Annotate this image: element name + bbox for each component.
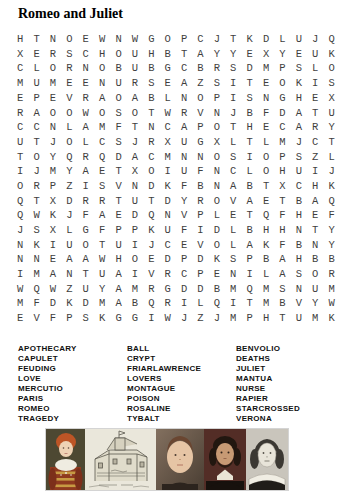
grid-cell: D: [45, 296, 61, 311]
grid-cell: J: [127, 135, 143, 150]
grid-cell: N: [28, 252, 44, 267]
word-list-item: CRYPT: [127, 354, 233, 364]
word-list-item: STARCROSSED: [236, 404, 342, 414]
grid-cell: M: [94, 296, 110, 311]
grid-cell: U: [127, 47, 143, 62]
grid-cell: Q: [323, 32, 339, 47]
grid-cell: K: [291, 76, 307, 91]
grid-cell: T: [143, 194, 159, 209]
grid-cell: R: [143, 282, 159, 297]
grid-cell: U: [323, 105, 339, 120]
grid-cell: H: [258, 223, 274, 238]
grid-cell: X: [45, 223, 61, 238]
grid-cell: U: [78, 282, 94, 297]
grid-cell: N: [127, 179, 143, 194]
grid-cell: S: [143, 76, 159, 91]
grid-cell: N: [209, 179, 225, 194]
word-list-column: BENVOLIODEATHSJULIETMANTUANURSERAPIERSTA…: [236, 344, 342, 424]
grid-cell: X: [45, 194, 61, 209]
grid-cell: Y: [209, 47, 225, 62]
grid-cell: R: [160, 296, 176, 311]
grid-cell: T: [225, 120, 241, 135]
grid-cell: Y: [323, 223, 339, 238]
grid-cell: L: [209, 208, 225, 223]
grid-cell: A: [110, 282, 126, 297]
grid-cell: B: [110, 61, 126, 76]
grid-cell: A: [274, 252, 290, 267]
grid-cell: U: [291, 311, 307, 326]
grid-cell: C: [291, 179, 307, 194]
grid-cell: E: [78, 76, 94, 91]
grid-cell: P: [110, 223, 126, 238]
grid-cell: H: [291, 91, 307, 106]
grid-cell: O: [209, 194, 225, 209]
grid-cell: D: [127, 208, 143, 223]
grid-cell: A: [291, 105, 307, 120]
grid-cell: M: [307, 311, 323, 326]
grid-cell: Q: [258, 208, 274, 223]
grid-cell: R: [176, 105, 192, 120]
grid-cell: F: [274, 208, 290, 223]
grid-cell: S: [291, 61, 307, 76]
grid-cell: E: [61, 76, 77, 91]
grid-cell: T: [143, 105, 159, 120]
grid-cell: H: [274, 164, 290, 179]
word-list-item: CAPULET: [18, 354, 124, 364]
grid-cell: T: [28, 194, 44, 209]
grid-cell: R: [28, 179, 44, 194]
grid-cell: V: [110, 179, 126, 194]
grid-cell: H: [94, 47, 110, 62]
grid-cell: G: [160, 61, 176, 76]
grid-cell: O: [94, 105, 110, 120]
grid-cell: C: [94, 135, 110, 150]
grid-cell: Q: [12, 208, 28, 223]
grid-cell: D: [241, 61, 257, 76]
grid-cell: E: [143, 252, 159, 267]
grid-cell: C: [143, 150, 159, 165]
grid-cell: J: [12, 223, 28, 238]
grid-cell: N: [143, 120, 159, 135]
grid-cell: V: [192, 105, 208, 120]
grid-cell: N: [110, 32, 126, 47]
grid-cell: E: [12, 91, 28, 106]
grid-cell: F: [323, 208, 339, 223]
grid-cell: R: [192, 194, 208, 209]
grid-cell: I: [143, 311, 159, 326]
grid-cell: D: [192, 252, 208, 267]
grid-cell: T: [94, 238, 110, 253]
grid-cell: J: [225, 105, 241, 120]
word-list-item: BALL: [127, 344, 233, 354]
grid-cell: E: [176, 238, 192, 253]
grid-cell: S: [94, 179, 110, 194]
grid-cell: W: [127, 32, 143, 47]
word-list-item: LOVE: [18, 374, 124, 384]
grid-cell: L: [192, 296, 208, 311]
grid-cell: U: [291, 32, 307, 47]
grid-cell: X: [274, 179, 290, 194]
grid-cell: P: [274, 61, 290, 76]
grid-cell: D: [274, 105, 290, 120]
grid-cell: M: [274, 135, 290, 150]
grid-cell: I: [307, 164, 323, 179]
grid-cell: R: [94, 194, 110, 209]
grid-cell: J: [323, 164, 339, 179]
grid-cell: B: [241, 223, 257, 238]
grid-cell: F: [94, 223, 110, 238]
word-list-item: POISON: [127, 394, 233, 404]
grid-cell: G: [274, 91, 290, 106]
word-list-item: ROSALINE: [127, 404, 233, 414]
grid-cell: R: [160, 267, 176, 282]
grid-cell: G: [192, 135, 208, 150]
grid-cell: X: [209, 135, 225, 150]
grid-cell: N: [225, 267, 241, 282]
grid-cell: J: [176, 311, 192, 326]
grid-cell: U: [291, 164, 307, 179]
grid-cell: P: [274, 150, 290, 165]
grid-cell: I: [78, 179, 94, 194]
grid-cell: O: [61, 135, 77, 150]
grid-cell: U: [127, 194, 143, 209]
grid-cell: M: [258, 296, 274, 311]
word-list-item: TRAGEDY: [18, 414, 124, 424]
shakespeare-droeshout-engraving: [246, 429, 288, 490]
grid-cell: S: [225, 252, 241, 267]
grid-cell: K: [209, 252, 225, 267]
word-list-item: ROMEO: [18, 404, 124, 414]
grid-cell: R: [78, 194, 94, 209]
grid-cell: H: [241, 120, 257, 135]
grid-cell: E: [12, 311, 28, 326]
grid-cell: H: [307, 179, 323, 194]
grid-cell: W: [45, 282, 61, 297]
grid-cell: D: [61, 194, 77, 209]
grid-cell: T: [28, 135, 44, 150]
grid-cell: K: [258, 238, 274, 253]
grid-cell: W: [94, 252, 110, 267]
grid-cell: W: [12, 282, 28, 297]
grid-cell: A: [110, 267, 126, 282]
grid-cell: Q: [61, 150, 77, 165]
grid-cell: U: [12, 135, 28, 150]
grid-cell: M: [225, 282, 241, 297]
grid-cell: Q: [323, 194, 339, 209]
grid-cell: I: [127, 238, 143, 253]
grid-cell: Y: [323, 120, 339, 135]
grid-cell: Q: [94, 150, 110, 165]
grid-cell: F: [110, 120, 126, 135]
grid-cell: D: [176, 282, 192, 297]
word-list-item: FRIARLAWRENCE: [127, 364, 233, 374]
grid-cell: A: [241, 238, 257, 253]
grid-cell: P: [127, 223, 143, 238]
grid-cell: K: [160, 179, 176, 194]
grid-cell: A: [241, 194, 257, 209]
grid-cell: R: [45, 47, 61, 62]
grid-cell: P: [176, 32, 192, 47]
grid-cell: J: [28, 164, 44, 179]
word-list-item: VERONA: [236, 414, 342, 424]
grid-cell: P: [192, 267, 208, 282]
grid-cell: O: [94, 61, 110, 76]
grid-cell: N: [45, 32, 61, 47]
word-list: APOTHECARYCAPULETFEUDINGLOVEMERCUTIOPARI…: [0, 344, 354, 426]
grid-cell: Q: [241, 282, 257, 297]
grid-cell: T: [78, 267, 94, 282]
grid-cell: F: [78, 208, 94, 223]
grid-cell: I: [241, 150, 257, 165]
grid-cell: D: [160, 194, 176, 209]
grid-cell: C: [274, 120, 290, 135]
grid-cell: M: [12, 76, 28, 91]
grid-cell: E: [258, 76, 274, 91]
grid-cell: W: [323, 296, 339, 311]
grid-cell: K: [45, 208, 61, 223]
grid-cell: I: [225, 296, 241, 311]
grid-cell: N: [209, 105, 225, 120]
grid-cell: Z: [307, 150, 323, 165]
grid-cell: F: [176, 223, 192, 238]
grid-cell: Y: [61, 164, 77, 179]
grid-cell: S: [110, 105, 126, 120]
grid-cell: N: [307, 238, 323, 253]
grid-cell: U: [176, 135, 192, 150]
word-list-item: LOVERS: [127, 374, 233, 384]
grid-cell: L: [225, 135, 241, 150]
grid-cell: H: [291, 252, 307, 267]
grid-cell: M: [94, 120, 110, 135]
grid-cell: U: [307, 282, 323, 297]
grid-cell: O: [274, 76, 290, 91]
grid-cell: T: [274, 311, 290, 326]
grid-cell: H: [12, 32, 28, 47]
grid-cell: F: [274, 238, 290, 253]
grid-cell: E: [291, 47, 307, 62]
grid-cell: L: [61, 120, 77, 135]
grid-cell: R: [12, 105, 28, 120]
grid-cell: B: [241, 105, 257, 120]
grid-cell: V: [176, 208, 192, 223]
grid-cell: Q: [209, 296, 225, 311]
grid-cell: S: [78, 311, 94, 326]
shakespeare-chandos-portrait: [204, 429, 246, 490]
grid-cell: W: [28, 208, 44, 223]
grid-cell: L: [61, 223, 77, 238]
grid-cell: N: [258, 91, 274, 106]
grid-cell: J: [61, 208, 77, 223]
grid-cell: I: [225, 91, 241, 106]
word-list-item: FEUDING: [18, 364, 124, 374]
grid-cell: O: [127, 105, 143, 120]
young-man-portrait: [156, 429, 204, 490]
grid-cell: J: [45, 135, 61, 150]
grid-cell: Y: [225, 47, 241, 62]
grid-cell: P: [176, 252, 192, 267]
grid-cell: O: [209, 150, 225, 165]
grid-cell: W: [78, 105, 94, 120]
grid-cell: P: [241, 311, 257, 326]
grid-cell: Q: [12, 194, 28, 209]
grid-cell: C: [12, 61, 28, 76]
grid-cell: N: [209, 164, 225, 179]
grid-cell: E: [94, 164, 110, 179]
grid-cell: F: [176, 179, 192, 194]
grid-cell: J: [209, 311, 225, 326]
grid-cell: T: [241, 296, 257, 311]
grid-cell: L: [160, 91, 176, 106]
grid-cell: R: [127, 76, 143, 91]
grid-cell: L: [274, 32, 290, 47]
grid-cell: Q: [28, 282, 44, 297]
word-list-item: RAPIER: [236, 394, 342, 404]
grid-cell: G: [160, 282, 176, 297]
grid-cell: F: [192, 164, 208, 179]
grid-cell: C: [12, 120, 28, 135]
grid-cell: A: [94, 208, 110, 223]
grid-cell: B: [143, 91, 159, 106]
grid-cell: S: [323, 76, 339, 91]
grid-cell: T: [176, 47, 192, 62]
grid-cell: T: [323, 135, 339, 150]
grid-cell: I: [45, 238, 61, 253]
grid-cell: C: [160, 238, 176, 253]
word-list-column: APOTHECARYCAPULETFEUDINGLOVEMERCUTIOPARI…: [18, 344, 124, 424]
grid-cell: B: [241, 179, 257, 194]
grid-cell: S: [291, 150, 307, 165]
grid-cell: O: [61, 32, 77, 47]
grid-cell: O: [110, 91, 126, 106]
grid-cell: U: [61, 238, 77, 253]
grid-cell: L: [241, 164, 257, 179]
grid-cell: B: [127, 296, 143, 311]
grid-cell: N: [94, 76, 110, 91]
grid-cell: P: [241, 252, 257, 267]
grid-cell: L: [225, 238, 241, 253]
grid-cell: L: [307, 61, 323, 76]
grid-cell: O: [78, 238, 94, 253]
grid-cell: N: [12, 238, 28, 253]
grid-cell: P: [61, 311, 77, 326]
grid-cell: K: [323, 47, 339, 62]
grid-cell: D: [78, 296, 94, 311]
grid-cell: O: [143, 164, 159, 179]
grid-cell: C: [225, 164, 241, 179]
grid-cell: R: [78, 91, 94, 106]
grid-cell: K: [241, 32, 257, 47]
grid-cell: J: [143, 238, 159, 253]
grid-cell: H: [258, 311, 274, 326]
grid-cell: I: [12, 267, 28, 282]
grid-cell: I: [160, 164, 176, 179]
grid-cell: K: [323, 179, 339, 194]
grid-cell: T: [258, 179, 274, 194]
grid-cell: H: [110, 252, 126, 267]
grid-cell: Y: [94, 282, 110, 297]
grid-cell: A: [94, 91, 110, 106]
worksheet: Romeo and Juliet HTNOEWNWGOPCJTKDLUJQXER…: [0, 0, 354, 500]
grid-cell: M: [225, 311, 241, 326]
word-list-item: MERCUTIO: [18, 384, 124, 394]
grid-cell: Z: [192, 311, 208, 326]
grid-cell: G: [127, 311, 143, 326]
grid-cell: V: [28, 311, 44, 326]
grid-cell: U: [307, 47, 323, 62]
grid-cell: T: [127, 120, 143, 135]
grid-cell: V: [225, 194, 241, 209]
grid-cell: B: [258, 252, 274, 267]
grid-cell: X: [127, 164, 143, 179]
grid-cell: B: [192, 179, 208, 194]
grid-cell: C: [176, 61, 192, 76]
grid-cell: V: [291, 296, 307, 311]
grid-cell: E: [160, 76, 176, 91]
word-search-grid: HTNOEWNWGOPCJTKDLUJQXERSCHOUHBTAYYEXYEUK…: [12, 32, 340, 326]
grid-cell: D: [143, 179, 159, 194]
grid-cell: N: [61, 267, 77, 282]
grid-cell: N: [160, 208, 176, 223]
grid-cell: A: [127, 150, 143, 165]
grid-cell: J: [209, 32, 225, 47]
grid-cell: I: [127, 267, 143, 282]
grid-cell: M: [258, 61, 274, 76]
grid-cell: I: [12, 164, 28, 179]
grid-cell: O: [192, 91, 208, 106]
grid-cell: E: [258, 194, 274, 209]
grid-cell: E: [307, 91, 323, 106]
grid-cell: A: [45, 267, 61, 282]
grid-cell: B: [209, 282, 225, 297]
grid-cell: A: [291, 120, 307, 135]
grid-cell: B: [192, 61, 208, 76]
grid-cell: T: [241, 208, 257, 223]
word-list-item: NURSE: [236, 384, 342, 394]
grid-cell: M: [45, 164, 61, 179]
grid-cell: L: [225, 223, 241, 238]
grid-cell: D: [258, 32, 274, 47]
grid-cell: N: [12, 252, 28, 267]
grid-cell: O: [307, 267, 323, 282]
grid-cell: T: [225, 32, 241, 47]
word-list-item: MANTUA: [236, 374, 342, 384]
grid-cell: O: [160, 32, 176, 47]
grid-cell: S: [225, 61, 241, 76]
grid-cell: H: [274, 223, 290, 238]
grid-cell: E: [45, 91, 61, 106]
grid-cell: C: [78, 47, 94, 62]
grid-cell: M: [28, 267, 44, 282]
grid-cell: Q: [143, 208, 159, 223]
grid-cell: E: [209, 267, 225, 282]
grid-cell: U: [160, 223, 176, 238]
word-list-item: MONTAGUE: [127, 384, 233, 394]
grid-cell: X: [323, 91, 339, 106]
grid-cell: O: [61, 105, 77, 120]
grid-cell: N: [176, 91, 192, 106]
grid-cell: C: [160, 120, 176, 135]
grid-cell: A: [176, 76, 192, 91]
grid-cell: O: [45, 61, 61, 76]
grid-cell: A: [110, 296, 126, 311]
word-list-item: DEATHS: [236, 354, 342, 364]
grid-cell: R: [78, 150, 94, 165]
grid-cell: S: [110, 135, 126, 150]
grid-cell: U: [110, 76, 126, 91]
grid-cell: B: [291, 238, 307, 253]
grid-cell: S: [225, 150, 241, 165]
grid-cell: M: [45, 76, 61, 91]
